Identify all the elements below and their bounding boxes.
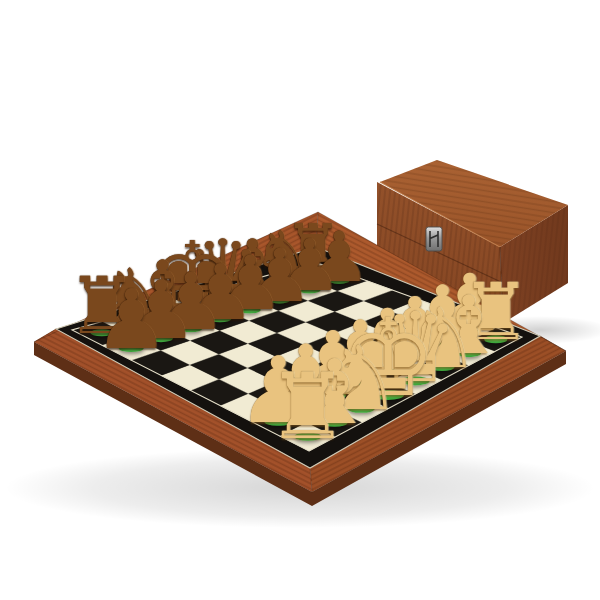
chess-set-product-photo: ♜♞♟♝♟♛♟♚♟♝♟♞♟♟♜♟♜♟♟♝♟♞♟♛♟♚♟♟♞♟♝♜ (0, 0, 600, 600)
board-and-box-graphic (0, 0, 600, 600)
box-clasp-emblem (426, 227, 442, 251)
